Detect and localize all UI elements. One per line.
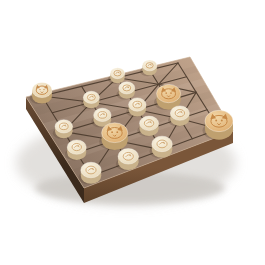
- piece-fox-a1[interactable]: [30, 82, 52, 104]
- piece-goose-c1[interactable]: [108, 68, 125, 84]
- board-scene-svg: [0, 0, 265, 265]
- product-photo-scene: [0, 0, 265, 265]
- piece-goose-d1[interactable]: [140, 60, 157, 76]
